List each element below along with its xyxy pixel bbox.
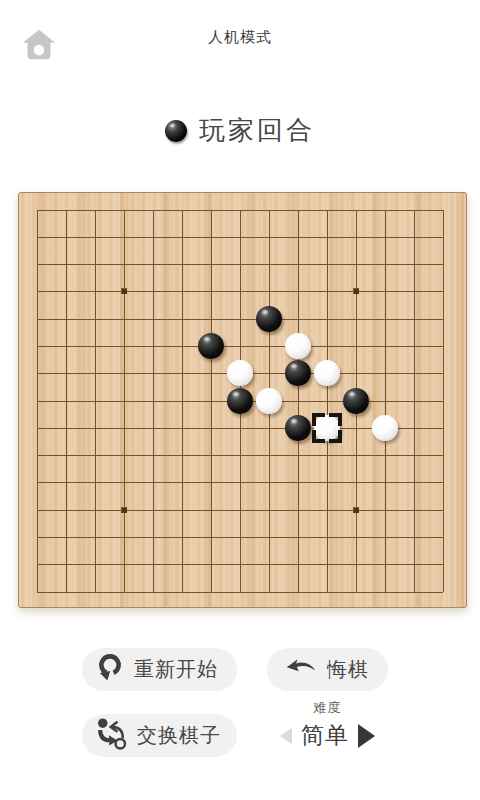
- grid-line-v: [298, 210, 299, 592]
- turn-text: 玩家回合: [199, 113, 315, 148]
- difficulty-label: 难度: [314, 699, 342, 717]
- marker-corner: [329, 413, 342, 426]
- star-point: [353, 288, 359, 294]
- grid-line-h: [37, 455, 443, 456]
- grid-line-h: [37, 592, 443, 593]
- undo-button[interactable]: 悔棋: [267, 648, 388, 691]
- stone-white: [285, 333, 311, 359]
- stone-white: [256, 388, 282, 414]
- last-move-marker: [312, 413, 342, 443]
- left-arrow-icon[interactable]: [280, 728, 292, 744]
- grid-line-h: [37, 564, 443, 565]
- undo-icon: [284, 654, 318, 685]
- star-point: [121, 288, 127, 294]
- stone-black: [285, 360, 311, 386]
- grid-line-v: [414, 210, 415, 592]
- marker-corner: [312, 430, 325, 443]
- stone-white: [314, 360, 340, 386]
- stone-black: [285, 415, 311, 441]
- page-title: 人机模式: [0, 28, 480, 47]
- stone-black: [198, 333, 224, 359]
- grid-line-v: [443, 210, 444, 592]
- grid-line-h: [37, 537, 443, 538]
- stone-black: [227, 388, 253, 414]
- turn-stone-icon: [165, 120, 187, 142]
- swap-icon: [94, 716, 129, 756]
- board[interactable]: [18, 192, 467, 608]
- difficulty-value: 简单: [301, 720, 349, 751]
- home-icon: [21, 51, 57, 66]
- stone-black: [343, 388, 369, 414]
- grid-line-v: [385, 210, 386, 592]
- star-point: [353, 507, 359, 513]
- marker-corner: [329, 430, 342, 443]
- star-point: [121, 507, 127, 513]
- stone-white: [227, 360, 253, 386]
- right-arrow-icon[interactable]: [358, 724, 375, 748]
- grid-line-h: [37, 482, 443, 483]
- swap-button[interactable]: 交换棋子: [82, 714, 237, 757]
- restart-icon: [95, 652, 125, 687]
- swap-label: 交换棋子: [137, 722, 221, 749]
- stone-black: [256, 306, 282, 332]
- restart-button[interactable]: 重新开始: [82, 648, 237, 691]
- grid-line-v: [327, 210, 328, 592]
- stone-white: [372, 415, 398, 441]
- marker-corner: [312, 413, 325, 426]
- difficulty-control: 难度 简单: [267, 699, 388, 751]
- undo-label: 悔棋: [327, 656, 369, 683]
- grid-line-h: [37, 510, 443, 511]
- turn-status: 玩家回合: [0, 113, 480, 148]
- restart-label: 重新开始: [134, 656, 218, 683]
